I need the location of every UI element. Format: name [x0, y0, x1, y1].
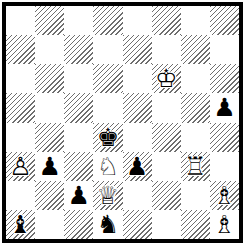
square-d7[interactable] [93, 35, 122, 64]
square-c6[interactable] [64, 64, 93, 93]
board-frame: ♚♔♟♟♚♚♟♙♟♟♞♘♟♟♜♖♟♟♛♕♝♗♝♝♞♞♝♗ [2, 2, 243, 243]
black-king-d4[interactable]: ♚♚ [93, 123, 122, 152]
square-f5[interactable] [152, 93, 181, 122]
square-b5[interactable] [35, 93, 64, 122]
square-b6[interactable] [35, 64, 64, 93]
black-pawn-icon: ♟ [35, 152, 64, 181]
black-pawn-h5[interactable]: ♟♟ [210, 93, 239, 122]
square-g2[interactable] [181, 181, 210, 210]
square-b3[interactable]: ♟♟ [35, 152, 64, 181]
square-e4[interactable] [123, 123, 152, 152]
square-b1[interactable] [35, 210, 64, 239]
square-c8[interactable] [64, 6, 93, 35]
square-d6[interactable] [93, 64, 122, 93]
square-a3[interactable]: ♟♙ [6, 152, 35, 181]
square-a6[interactable] [6, 64, 35, 93]
square-h3[interactable] [210, 152, 239, 181]
square-e3[interactable]: ♟♟ [123, 152, 152, 181]
square-c7[interactable] [64, 35, 93, 64]
white-queen-icon: ♕ [93, 181, 122, 210]
white-bishop-h2[interactable]: ♝♗ [210, 181, 239, 210]
square-g1[interactable] [181, 210, 210, 239]
square-d3[interactable]: ♞♘ [93, 152, 122, 181]
square-a5[interactable] [6, 93, 35, 122]
square-c1[interactable] [64, 210, 93, 239]
square-a1[interactable]: ♝♝ [6, 210, 35, 239]
square-e6[interactable] [123, 64, 152, 93]
square-b4[interactable] [35, 123, 64, 152]
square-f4[interactable] [152, 123, 181, 152]
white-pawn-icon: ♙ [6, 152, 35, 181]
white-bishop-h1[interactable]: ♝♗ [210, 210, 239, 239]
white-rook-g3[interactable]: ♜♖ [181, 152, 210, 181]
chess-board: ♚♔♟♟♚♚♟♙♟♟♞♘♟♟♜♖♟♟♛♕♝♗♝♝♞♞♝♗ [6, 6, 239, 239]
square-h7[interactable] [210, 35, 239, 64]
square-f6[interactable]: ♚♔ [152, 64, 181, 93]
black-knight-icon: ♞ [93, 210, 122, 239]
white-bishop-icon: ♗ [210, 181, 239, 210]
square-f3[interactable] [152, 152, 181, 181]
square-h2[interactable]: ♝♗ [210, 181, 239, 210]
square-d1[interactable]: ♞♞ [93, 210, 122, 239]
square-g3[interactable]: ♜♖ [181, 152, 210, 181]
square-d4[interactable]: ♚♚ [93, 123, 122, 152]
square-h5[interactable]: ♟♟ [210, 93, 239, 122]
square-f1[interactable] [152, 210, 181, 239]
black-king-icon: ♚ [93, 123, 122, 152]
square-b7[interactable] [35, 35, 64, 64]
white-queen-d2[interactable]: ♛♕ [93, 181, 122, 210]
square-g8[interactable] [181, 6, 210, 35]
square-h4[interactable] [210, 123, 239, 152]
square-g4[interactable] [181, 123, 210, 152]
black-pawn-icon: ♟ [123, 152, 152, 181]
square-a7[interactable] [6, 35, 35, 64]
square-e1[interactable] [123, 210, 152, 239]
square-e5[interactable] [123, 93, 152, 122]
square-g6[interactable] [181, 64, 210, 93]
square-d5[interactable] [93, 93, 122, 122]
square-f2[interactable] [152, 181, 181, 210]
black-knight-d1[interactable]: ♞♞ [93, 210, 122, 239]
black-bishop-a1[interactable]: ♝♝ [6, 210, 35, 239]
white-knight-d3[interactable]: ♞♘ [93, 152, 122, 181]
square-a8[interactable] [6, 6, 35, 35]
black-pawn-e3[interactable]: ♟♟ [123, 152, 152, 181]
square-a2[interactable] [6, 181, 35, 210]
square-f7[interactable] [152, 35, 181, 64]
white-rook-icon: ♖ [181, 152, 210, 181]
square-b8[interactable] [35, 6, 64, 35]
square-h8[interactable] [210, 6, 239, 35]
square-g5[interactable] [181, 93, 210, 122]
square-c4[interactable] [64, 123, 93, 152]
black-pawn-b3[interactable]: ♟♟ [35, 152, 64, 181]
square-e8[interactable] [123, 6, 152, 35]
white-bishop-icon: ♗ [210, 210, 239, 239]
white-king-icon: ♔ [152, 64, 181, 93]
square-g7[interactable] [181, 35, 210, 64]
white-knight-icon: ♘ [93, 152, 122, 181]
square-e2[interactable] [123, 181, 152, 210]
square-a4[interactable] [6, 123, 35, 152]
white-king-f6[interactable]: ♚♔ [152, 64, 181, 93]
square-c2[interactable]: ♟♟ [64, 181, 93, 210]
square-b2[interactable] [35, 181, 64, 210]
square-c5[interactable] [64, 93, 93, 122]
square-f8[interactable] [152, 6, 181, 35]
square-d8[interactable] [93, 6, 122, 35]
black-bishop-icon: ♝ [6, 210, 35, 239]
black-pawn-c2[interactable]: ♟♟ [64, 181, 93, 210]
square-e7[interactable] [123, 35, 152, 64]
square-h6[interactable] [210, 64, 239, 93]
square-d2[interactable]: ♛♕ [93, 181, 122, 210]
square-c3[interactable] [64, 152, 93, 181]
black-pawn-icon: ♟ [210, 93, 239, 122]
black-pawn-icon: ♟ [64, 181, 93, 210]
white-pawn-a3[interactable]: ♟♙ [6, 152, 35, 181]
square-h1[interactable]: ♝♗ [210, 210, 239, 239]
